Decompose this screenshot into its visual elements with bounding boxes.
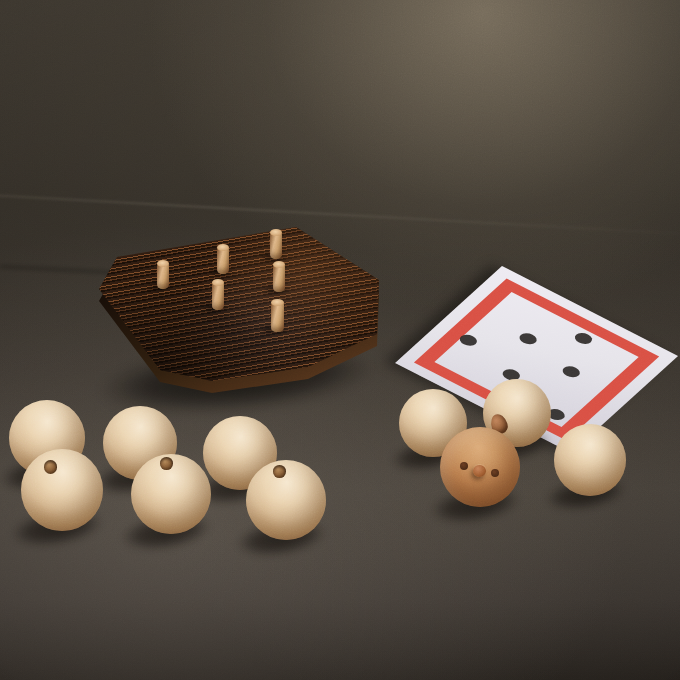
bird-eye-left <box>460 462 468 470</box>
peg-top-cap <box>273 261 285 268</box>
photo-stage <box>0 0 680 680</box>
bird-beak <box>473 465 486 477</box>
bird-eye-right <box>491 469 499 477</box>
peg-r0c1 <box>217 247 229 274</box>
wooden-ball-left-front-3 <box>246 460 326 540</box>
peg-r1c2 <box>273 264 285 292</box>
peg-r2c2 <box>271 302 284 332</box>
wooden-ball-left-front-2 <box>131 454 211 534</box>
peg-r1c1 <box>212 282 224 310</box>
scene-objects <box>0 0 680 680</box>
ball-hole <box>44 460 57 473</box>
peg-r0c2 <box>270 232 282 259</box>
peg-r0c0 <box>157 263 169 289</box>
ball-hole <box>160 457 173 470</box>
bird-ball <box>440 427 520 507</box>
peg-top-cap <box>270 229 282 236</box>
peg-top-cap <box>271 299 284 306</box>
peg-top-cap <box>157 260 169 267</box>
wooden-ball-right-3 <box>554 424 626 496</box>
peg-top-cap <box>212 279 224 286</box>
ball-hole <box>273 465 286 478</box>
game-board <box>90 220 400 410</box>
peg-top-cap <box>217 244 229 251</box>
wooden-ball-left-front-1 <box>21 449 103 531</box>
